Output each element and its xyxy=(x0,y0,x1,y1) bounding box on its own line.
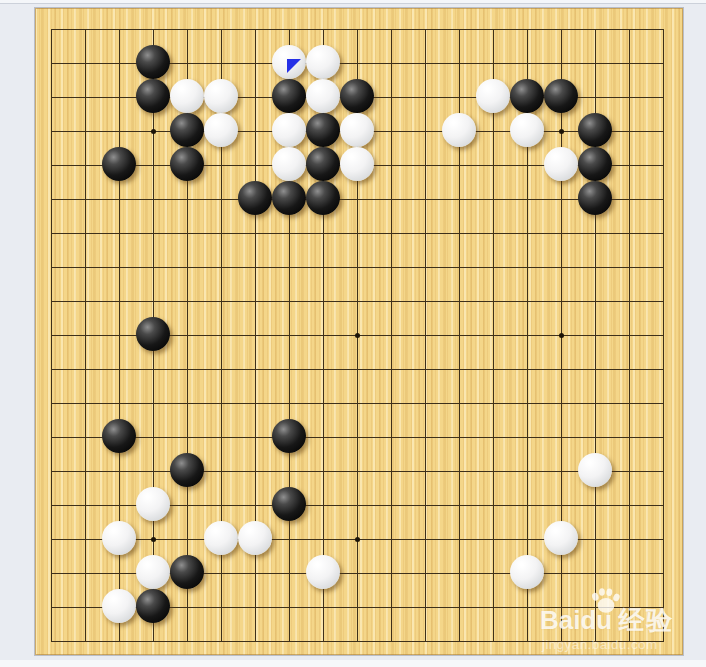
intersection[interactable] xyxy=(238,318,272,352)
intersection[interactable] xyxy=(476,148,510,182)
intersection[interactable] xyxy=(102,250,136,284)
intersection[interactable] xyxy=(510,148,544,182)
intersection[interactable] xyxy=(238,590,272,624)
intersection[interactable] xyxy=(102,556,136,590)
black-stone[interactable] xyxy=(170,555,204,589)
intersection[interactable] xyxy=(476,624,510,658)
intersection[interactable] xyxy=(272,556,306,590)
intersection[interactable] xyxy=(578,522,612,556)
intersection[interactable] xyxy=(340,284,374,318)
intersection[interactable] xyxy=(306,114,340,148)
intersection[interactable] xyxy=(612,556,646,590)
go-board[interactable] xyxy=(35,8,683,655)
intersection[interactable] xyxy=(102,624,136,658)
intersection[interactable] xyxy=(136,556,170,590)
intersection[interactable] xyxy=(612,488,646,522)
intersection[interactable] xyxy=(136,522,170,556)
intersection[interactable] xyxy=(68,12,102,46)
white-stone[interactable] xyxy=(442,113,476,147)
intersection[interactable] xyxy=(374,284,408,318)
intersection[interactable] xyxy=(204,624,238,658)
intersection[interactable] xyxy=(612,250,646,284)
intersection[interactable] xyxy=(646,556,680,590)
intersection[interactable] xyxy=(476,420,510,454)
intersection[interactable] xyxy=(408,590,442,624)
intersection[interactable] xyxy=(340,318,374,352)
intersection[interactable] xyxy=(272,420,306,454)
intersection[interactable] xyxy=(544,522,578,556)
intersection[interactable] xyxy=(272,488,306,522)
intersection[interactable] xyxy=(306,454,340,488)
intersection[interactable] xyxy=(340,556,374,590)
white-stone[interactable] xyxy=(204,521,238,555)
intersection[interactable] xyxy=(204,386,238,420)
intersection[interactable] xyxy=(238,454,272,488)
intersection[interactable] xyxy=(68,590,102,624)
intersection[interactable] xyxy=(272,148,306,182)
intersection[interactable] xyxy=(306,216,340,250)
intersection[interactable] xyxy=(408,80,442,114)
intersection[interactable] xyxy=(102,318,136,352)
black-stone[interactable] xyxy=(272,487,306,521)
intersection[interactable] xyxy=(646,352,680,386)
intersection[interactable] xyxy=(578,284,612,318)
intersection[interactable] xyxy=(340,46,374,80)
intersection[interactable] xyxy=(102,284,136,318)
intersection[interactable] xyxy=(442,284,476,318)
intersection[interactable] xyxy=(510,522,544,556)
intersection[interactable] xyxy=(476,284,510,318)
intersection[interactable] xyxy=(544,216,578,250)
intersection[interactable] xyxy=(476,590,510,624)
intersection[interactable] xyxy=(544,284,578,318)
intersection[interactable] xyxy=(476,522,510,556)
white-stone[interactable] xyxy=(340,113,374,147)
intersection[interactable] xyxy=(68,420,102,454)
intersection[interactable] xyxy=(170,12,204,46)
intersection[interactable] xyxy=(272,12,306,46)
intersection[interactable] xyxy=(476,488,510,522)
intersection[interactable] xyxy=(136,420,170,454)
intersection[interactable] xyxy=(340,80,374,114)
intersection[interactable] xyxy=(646,216,680,250)
intersection[interactable] xyxy=(204,556,238,590)
intersection[interactable] xyxy=(408,250,442,284)
intersection[interactable] xyxy=(170,386,204,420)
intersection[interactable] xyxy=(476,318,510,352)
black-stone[interactable] xyxy=(272,181,306,215)
intersection[interactable] xyxy=(646,80,680,114)
intersection[interactable] xyxy=(34,148,68,182)
intersection[interactable] xyxy=(204,250,238,284)
intersection[interactable] xyxy=(204,284,238,318)
black-stone[interactable] xyxy=(170,453,204,487)
intersection[interactable] xyxy=(136,624,170,658)
black-stone[interactable] xyxy=(272,79,306,113)
intersection[interactable] xyxy=(272,590,306,624)
intersection[interactable] xyxy=(510,182,544,216)
intersection[interactable] xyxy=(544,250,578,284)
intersection[interactable] xyxy=(612,148,646,182)
white-stone[interactable] xyxy=(272,45,306,79)
intersection[interactable] xyxy=(34,454,68,488)
intersection[interactable] xyxy=(34,352,68,386)
intersection[interactable] xyxy=(442,624,476,658)
black-stone[interactable] xyxy=(136,79,170,113)
intersection[interactable] xyxy=(544,454,578,488)
intersection[interactable] xyxy=(374,114,408,148)
intersection[interactable] xyxy=(306,488,340,522)
intersection[interactable] xyxy=(170,250,204,284)
intersection[interactable] xyxy=(272,386,306,420)
intersection[interactable] xyxy=(442,12,476,46)
intersection[interactable] xyxy=(442,590,476,624)
intersection[interactable] xyxy=(510,556,544,590)
black-stone[interactable] xyxy=(306,147,340,181)
white-stone[interactable] xyxy=(238,521,272,555)
intersection[interactable] xyxy=(408,182,442,216)
intersection[interactable] xyxy=(374,182,408,216)
intersection[interactable] xyxy=(442,250,476,284)
intersection[interactable] xyxy=(340,522,374,556)
intersection[interactable] xyxy=(102,216,136,250)
intersection[interactable] xyxy=(34,318,68,352)
intersection[interactable] xyxy=(34,284,68,318)
black-stone[interactable] xyxy=(510,79,544,113)
intersection[interactable] xyxy=(272,182,306,216)
intersection[interactable] xyxy=(442,556,476,590)
intersection[interactable] xyxy=(204,590,238,624)
intersection[interactable] xyxy=(170,420,204,454)
intersection[interactable] xyxy=(544,556,578,590)
black-stone[interactable] xyxy=(578,147,612,181)
intersection[interactable] xyxy=(272,352,306,386)
intersection[interactable] xyxy=(578,352,612,386)
intersection[interactable] xyxy=(306,12,340,46)
intersection[interactable] xyxy=(544,318,578,352)
intersection[interactable] xyxy=(272,216,306,250)
intersection[interactable] xyxy=(136,318,170,352)
intersection[interactable] xyxy=(510,80,544,114)
intersection[interactable] xyxy=(408,386,442,420)
intersection[interactable] xyxy=(238,114,272,148)
black-stone[interactable] xyxy=(170,113,204,147)
intersection[interactable] xyxy=(102,80,136,114)
intersection[interactable] xyxy=(612,80,646,114)
intersection[interactable] xyxy=(238,250,272,284)
intersection[interactable] xyxy=(306,352,340,386)
intersection[interactable] xyxy=(272,624,306,658)
white-stone[interactable] xyxy=(340,147,374,181)
intersection[interactable] xyxy=(442,182,476,216)
intersection[interactable] xyxy=(136,80,170,114)
intersection[interactable] xyxy=(102,148,136,182)
intersection[interactable] xyxy=(136,250,170,284)
intersection[interactable] xyxy=(612,386,646,420)
intersection[interactable] xyxy=(306,522,340,556)
intersection[interactable] xyxy=(272,46,306,80)
intersection[interactable] xyxy=(306,624,340,658)
intersection[interactable] xyxy=(272,318,306,352)
intersection[interactable] xyxy=(170,318,204,352)
intersection[interactable] xyxy=(68,556,102,590)
intersection[interactable] xyxy=(374,488,408,522)
intersection[interactable] xyxy=(408,216,442,250)
white-stone[interactable] xyxy=(204,113,238,147)
intersection[interactable] xyxy=(170,488,204,522)
white-stone[interactable] xyxy=(510,555,544,589)
intersection[interactable] xyxy=(136,46,170,80)
intersection[interactable] xyxy=(102,114,136,148)
intersection[interactable] xyxy=(476,46,510,80)
intersection[interactable] xyxy=(408,284,442,318)
intersection[interactable] xyxy=(612,216,646,250)
intersection[interactable] xyxy=(510,114,544,148)
white-stone[interactable] xyxy=(102,521,136,555)
intersection[interactable] xyxy=(170,284,204,318)
intersection[interactable] xyxy=(578,454,612,488)
intersection[interactable] xyxy=(476,386,510,420)
intersection[interactable] xyxy=(238,12,272,46)
intersection[interactable] xyxy=(68,522,102,556)
white-stone[interactable] xyxy=(102,589,136,623)
intersection[interactable] xyxy=(102,46,136,80)
intersection[interactable] xyxy=(578,46,612,80)
intersection[interactable] xyxy=(374,46,408,80)
intersection[interactable] xyxy=(34,420,68,454)
intersection[interactable] xyxy=(340,148,374,182)
intersection[interactable] xyxy=(442,386,476,420)
intersection[interactable] xyxy=(34,80,68,114)
intersection[interactable] xyxy=(306,250,340,284)
intersection[interactable] xyxy=(340,488,374,522)
intersection[interactable] xyxy=(476,454,510,488)
intersection[interactable] xyxy=(544,352,578,386)
black-stone[interactable] xyxy=(544,79,578,113)
intersection[interactable] xyxy=(408,624,442,658)
white-stone[interactable] xyxy=(272,147,306,181)
intersection[interactable] xyxy=(578,148,612,182)
intersection[interactable] xyxy=(204,318,238,352)
intersection[interactable] xyxy=(442,46,476,80)
intersection[interactable] xyxy=(646,454,680,488)
intersection[interactable] xyxy=(408,114,442,148)
intersection[interactable] xyxy=(306,182,340,216)
intersection[interactable] xyxy=(170,148,204,182)
intersection[interactable] xyxy=(136,454,170,488)
intersection[interactable] xyxy=(68,216,102,250)
intersection[interactable] xyxy=(204,12,238,46)
intersection[interactable] xyxy=(136,148,170,182)
intersection[interactable] xyxy=(102,182,136,216)
intersection[interactable] xyxy=(68,114,102,148)
white-stone[interactable] xyxy=(272,113,306,147)
intersection[interactable] xyxy=(510,284,544,318)
intersection[interactable] xyxy=(68,250,102,284)
intersection[interactable] xyxy=(204,182,238,216)
white-stone[interactable] xyxy=(544,147,578,181)
black-stone[interactable] xyxy=(238,181,272,215)
intersection[interactable] xyxy=(238,488,272,522)
intersection[interactable] xyxy=(238,624,272,658)
intersection[interactable] xyxy=(204,352,238,386)
white-stone[interactable] xyxy=(510,113,544,147)
black-stone[interactable] xyxy=(340,79,374,113)
intersection[interactable] xyxy=(102,420,136,454)
intersection[interactable] xyxy=(136,182,170,216)
intersection[interactable] xyxy=(68,318,102,352)
intersection[interactable] xyxy=(646,114,680,148)
intersection[interactable] xyxy=(306,318,340,352)
intersection[interactable] xyxy=(612,352,646,386)
intersection[interactable] xyxy=(34,556,68,590)
intersection[interactable] xyxy=(68,488,102,522)
black-stone[interactable] xyxy=(578,113,612,147)
intersection[interactable] xyxy=(102,488,136,522)
intersection[interactable] xyxy=(136,216,170,250)
intersection[interactable] xyxy=(544,12,578,46)
intersection[interactable] xyxy=(510,216,544,250)
intersection[interactable] xyxy=(476,114,510,148)
intersection[interactable] xyxy=(374,12,408,46)
intersection[interactable] xyxy=(646,182,680,216)
intersection[interactable] xyxy=(34,114,68,148)
intersection[interactable] xyxy=(34,488,68,522)
intersection[interactable] xyxy=(34,522,68,556)
intersection[interactable] xyxy=(204,454,238,488)
intersection[interactable] xyxy=(68,454,102,488)
intersection[interactable] xyxy=(136,590,170,624)
intersection[interactable] xyxy=(34,12,68,46)
intersection[interactable] xyxy=(238,80,272,114)
intersection[interactable] xyxy=(34,216,68,250)
intersection[interactable] xyxy=(442,80,476,114)
intersection[interactable] xyxy=(442,114,476,148)
intersection[interactable] xyxy=(170,352,204,386)
intersection[interactable] xyxy=(374,624,408,658)
intersection[interactable] xyxy=(646,12,680,46)
intersection[interactable] xyxy=(578,420,612,454)
intersection[interactable] xyxy=(238,46,272,80)
intersection[interactable] xyxy=(340,182,374,216)
intersection[interactable] xyxy=(612,318,646,352)
white-stone[interactable] xyxy=(204,79,238,113)
intersection[interactable] xyxy=(544,386,578,420)
intersection[interactable] xyxy=(68,182,102,216)
intersection[interactable] xyxy=(238,148,272,182)
intersection[interactable] xyxy=(102,522,136,556)
intersection[interactable] xyxy=(408,12,442,46)
intersection[interactable] xyxy=(408,148,442,182)
intersection[interactable] xyxy=(306,148,340,182)
white-stone[interactable] xyxy=(306,555,340,589)
intersection[interactable] xyxy=(136,284,170,318)
intersection[interactable] xyxy=(408,522,442,556)
black-stone[interactable] xyxy=(272,419,306,453)
intersection[interactable] xyxy=(68,80,102,114)
intersection[interactable] xyxy=(340,352,374,386)
intersection[interactable] xyxy=(374,420,408,454)
black-stone[interactable] xyxy=(136,589,170,623)
intersection[interactable] xyxy=(204,420,238,454)
intersection[interactable] xyxy=(204,488,238,522)
white-stone[interactable] xyxy=(476,79,510,113)
intersection[interactable] xyxy=(34,46,68,80)
intersection[interactable] xyxy=(272,284,306,318)
black-stone[interactable] xyxy=(170,147,204,181)
intersection[interactable] xyxy=(34,590,68,624)
white-stone[interactable] xyxy=(306,45,340,79)
intersection[interactable] xyxy=(578,488,612,522)
intersection[interactable] xyxy=(476,556,510,590)
intersection[interactable] xyxy=(238,522,272,556)
intersection[interactable] xyxy=(272,114,306,148)
intersection[interactable] xyxy=(374,590,408,624)
white-stone[interactable] xyxy=(136,487,170,521)
intersection[interactable] xyxy=(306,556,340,590)
intersection[interactable] xyxy=(340,114,374,148)
intersection[interactable] xyxy=(238,284,272,318)
intersection[interactable] xyxy=(204,80,238,114)
intersection[interactable] xyxy=(510,46,544,80)
intersection[interactable] xyxy=(578,250,612,284)
intersection[interactable] xyxy=(68,352,102,386)
intersection[interactable] xyxy=(374,250,408,284)
intersection[interactable] xyxy=(170,454,204,488)
intersection[interactable] xyxy=(170,182,204,216)
intersection[interactable] xyxy=(238,182,272,216)
intersection[interactable] xyxy=(204,522,238,556)
intersection[interactable] xyxy=(374,352,408,386)
intersection[interactable] xyxy=(238,556,272,590)
intersection[interactable] xyxy=(34,250,68,284)
intersection[interactable] xyxy=(374,386,408,420)
intersection[interactable] xyxy=(374,148,408,182)
intersection[interactable] xyxy=(510,250,544,284)
intersection[interactable] xyxy=(306,386,340,420)
intersection[interactable] xyxy=(408,352,442,386)
intersection[interactable] xyxy=(612,522,646,556)
intersection[interactable] xyxy=(170,80,204,114)
intersection[interactable] xyxy=(510,12,544,46)
intersection[interactable] xyxy=(272,522,306,556)
intersection[interactable] xyxy=(646,420,680,454)
intersection[interactable] xyxy=(340,454,374,488)
intersection[interactable] xyxy=(612,114,646,148)
intersection[interactable] xyxy=(102,12,136,46)
intersection[interactable] xyxy=(408,420,442,454)
intersection[interactable] xyxy=(476,12,510,46)
white-stone[interactable] xyxy=(578,453,612,487)
intersection[interactable] xyxy=(68,46,102,80)
intersection[interactable] xyxy=(612,420,646,454)
intersection[interactable] xyxy=(374,80,408,114)
black-stone[interactable] xyxy=(136,45,170,79)
black-stone[interactable] xyxy=(306,113,340,147)
intersection[interactable] xyxy=(272,454,306,488)
intersection[interactable] xyxy=(510,488,544,522)
intersection[interactable] xyxy=(306,420,340,454)
intersection[interactable] xyxy=(34,386,68,420)
intersection[interactable] xyxy=(442,488,476,522)
intersection[interactable] xyxy=(510,454,544,488)
intersection[interactable] xyxy=(102,454,136,488)
intersection[interactable] xyxy=(136,386,170,420)
intersection[interactable] xyxy=(34,182,68,216)
intersection[interactable] xyxy=(408,556,442,590)
intersection[interactable] xyxy=(272,80,306,114)
black-stone[interactable] xyxy=(306,181,340,215)
